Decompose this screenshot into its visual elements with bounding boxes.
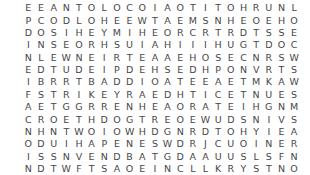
letter-cell-r13c15[interactable]: A	[199, 150, 212, 162]
letter-cell-r3c11[interactable]: E	[149, 27, 162, 39]
letter-cell-r3c20[interactable]: S	[262, 27, 275, 39]
letter-cell-r7c3[interactable]: R	[47, 76, 60, 88]
letter-cell-r4c15[interactable]: I	[199, 39, 212, 51]
letter-cell-r7c17[interactable]: E	[225, 76, 238, 88]
letter-cell-r6c11[interactable]: H	[149, 64, 162, 76]
letter-cell-r9c9[interactable]: N	[123, 101, 136, 113]
letter-cell-r14c5[interactable]: F	[73, 162, 86, 174]
letter-cell-r13c10[interactable]: A	[136, 150, 149, 162]
letter-cell-r1c15[interactable]: I	[199, 2, 212, 14]
letter-cell-r8c8[interactable]: Y	[111, 88, 124, 100]
letter-cell-r7c20[interactable]: K	[262, 76, 275, 88]
letter-cell-r11c19[interactable]: Y	[250, 125, 263, 137]
letter-cell-r5c21[interactable]: S	[275, 51, 288, 63]
letter-cell-r8c16[interactable]: C	[212, 88, 225, 100]
letter-cell-r10c5[interactable]: T	[73, 113, 86, 125]
letter-cell-r8c12[interactable]: D	[161, 88, 174, 100]
letter-cell-r8c19[interactable]: N	[250, 88, 263, 100]
letter-cell-r3c15[interactable]: R	[199, 27, 212, 39]
letter-cell-r6c1[interactable]: E	[22, 64, 35, 76]
letter-cell-r10c1[interactable]: C	[22, 113, 35, 125]
letter-cell-r12c6[interactable]: A	[85, 138, 98, 150]
letter-cell-r10c12[interactable]: E	[161, 113, 174, 125]
letter-cell-r5c10[interactable]: E	[136, 51, 149, 63]
letter-cell-r7c1[interactable]: I	[22, 76, 35, 88]
letter-cell-r4c2[interactable]: N	[35, 39, 48, 51]
letter-cell-r9c19[interactable]: H	[250, 101, 263, 113]
letter-cell-r1c6[interactable]: O	[85, 2, 98, 14]
letter-cell-r10c14[interactable]: E	[187, 113, 200, 125]
letter-cell-r3c10[interactable]: H	[136, 27, 149, 39]
letter-cell-r7c22[interactable]: W	[288, 76, 301, 88]
letter-cell-r4c11[interactable]: A	[149, 39, 162, 51]
letter-cell-r10c20[interactable]: I	[262, 113, 275, 125]
letter-cell-r13c6[interactable]: E	[85, 150, 98, 162]
letter-cell-r7c5[interactable]: T	[73, 76, 86, 88]
letter-cell-r2c18[interactable]: E	[237, 14, 250, 26]
letter-cell-r7c4[interactable]: R	[60, 76, 73, 88]
letter-cell-r7c6[interactable]: B	[85, 76, 98, 88]
letter-cell-r8c15[interactable]: I	[199, 88, 212, 100]
letter-cell-r10c6[interactable]: H	[85, 113, 98, 125]
letter-cell-r8c1[interactable]: F	[22, 88, 35, 100]
letter-cell-r2c4[interactable]: D	[60, 14, 73, 26]
letter-cell-r1c21[interactable]: N	[275, 2, 288, 14]
letter-cell-r4c8[interactable]: S	[111, 39, 124, 51]
letter-cell-r11c4[interactable]: T	[60, 125, 73, 137]
letter-cell-r13c18[interactable]: S	[237, 150, 250, 162]
letter-cell-r1c18[interactable]: H	[237, 2, 250, 14]
letter-cell-r12c11[interactable]: S	[149, 138, 162, 150]
letter-cell-r13c8[interactable]: D	[111, 150, 124, 162]
letter-cell-r14c20[interactable]: T	[262, 162, 275, 174]
letter-cell-r11c3[interactable]: N	[47, 125, 60, 137]
letter-cell-r1c19[interactable]: R	[250, 2, 263, 14]
letter-cell-r12c21[interactable]: E	[275, 138, 288, 150]
letter-cell-r10c22[interactable]: S	[288, 113, 301, 125]
letter-cell-r12c7[interactable]: P	[98, 138, 111, 150]
letter-cell-r4c3[interactable]: S	[47, 39, 60, 51]
letter-cell-r10c19[interactable]: N	[250, 113, 263, 125]
letter-cell-r10c2[interactable]: R	[35, 113, 48, 125]
letter-cell-r1c4[interactable]: N	[60, 2, 73, 14]
letter-cell-r11c9[interactable]: W	[123, 125, 136, 137]
letter-cell-r11c6[interactable]: O	[85, 125, 98, 137]
letter-cell-r13c11[interactable]: T	[149, 150, 162, 162]
letter-cell-r5c15[interactable]: O	[199, 51, 212, 63]
letter-cell-r10c13[interactable]: O	[174, 113, 187, 125]
letter-cell-r10c10[interactable]: T	[136, 113, 149, 125]
letter-cell-r11c12[interactable]: G	[161, 125, 174, 137]
letter-cell-r7c13[interactable]: T	[174, 76, 187, 88]
letter-cell-r4c17[interactable]: U	[225, 39, 238, 51]
letter-cell-r1c5[interactable]: T	[73, 2, 86, 14]
letter-cell-r6c13[interactable]: E	[174, 64, 187, 76]
letter-cell-r14c22[interactable]: O	[288, 162, 301, 174]
letter-cell-r3c18[interactable]: D	[237, 27, 250, 39]
letter-cell-r4c5[interactable]: O	[73, 39, 86, 51]
letter-cell-r7c14[interactable]: E	[187, 76, 200, 88]
letter-cell-r2c5[interactable]: L	[73, 14, 86, 26]
letter-cell-r13c13[interactable]: D	[174, 150, 187, 162]
letter-cell-r14c18[interactable]: Y	[237, 162, 250, 174]
letter-cell-r9c2[interactable]: E	[35, 101, 48, 113]
letter-cell-r9c1[interactable]: A	[22, 101, 35, 113]
letter-cell-r12c3[interactable]: U	[47, 138, 60, 150]
letter-cell-r9c7[interactable]: R	[98, 101, 111, 113]
letter-cell-r4c22[interactable]: C	[288, 39, 301, 51]
letter-cell-r9c21[interactable]: N	[275, 101, 288, 113]
letter-cell-r7c8[interactable]: D	[111, 76, 124, 88]
letter-cell-r14c17[interactable]: R	[225, 162, 238, 174]
letter-cell-r14c1[interactable]: N	[22, 162, 35, 174]
letter-cell-r6c15[interactable]: H	[199, 64, 212, 76]
letter-cell-r2c19[interactable]: O	[250, 14, 263, 26]
letter-cell-r6c4[interactable]: U	[60, 64, 73, 76]
letter-cell-r2c3[interactable]: O	[47, 14, 60, 26]
letter-cell-r11c5[interactable]: W	[73, 125, 86, 137]
letter-cell-r6c3[interactable]: T	[47, 64, 60, 76]
letter-cell-r5c12[interactable]: A	[161, 51, 174, 63]
letter-cell-r14c12[interactable]: N	[161, 162, 174, 174]
letter-cell-r6c7[interactable]: I	[98, 64, 111, 76]
letter-cell-r5c16[interactable]: S	[212, 51, 225, 63]
letter-cell-r14c7[interactable]: S	[98, 162, 111, 174]
letter-cell-r1c16[interactable]: T	[212, 2, 225, 14]
letter-cell-r4c6[interactable]: R	[85, 39, 98, 51]
letter-cell-r12c14[interactable]: R	[187, 138, 200, 150]
letter-cell-r4c1[interactable]: I	[22, 39, 35, 51]
letter-cell-r9c13[interactable]: O	[174, 101, 187, 113]
letter-cell-r1c9[interactable]: C	[123, 2, 136, 14]
letter-cell-r11c20[interactable]: I	[262, 125, 275, 137]
letter-cell-r8c6[interactable]: K	[85, 88, 98, 100]
letter-cell-r2c15[interactable]: S	[199, 14, 212, 26]
letter-cell-r14c8[interactable]: A	[111, 162, 124, 174]
letter-cell-r1c17[interactable]: O	[225, 2, 238, 14]
letter-cell-r3c2[interactable]: O	[35, 27, 48, 39]
letter-cell-r7c7[interactable]: A	[98, 76, 111, 88]
letter-cell-r3c17[interactable]: R	[225, 27, 238, 39]
letter-cell-r1c8[interactable]: O	[111, 2, 124, 14]
letter-cell-r3c13[interactable]: R	[174, 27, 187, 39]
letter-cell-r6c20[interactable]: R	[262, 64, 275, 76]
letter-cell-r13c4[interactable]: N	[60, 150, 73, 162]
letter-cell-r4c18[interactable]: G	[237, 39, 250, 51]
letter-cell-r13c9[interactable]: B	[123, 150, 136, 162]
letter-cell-r2c16[interactable]: N	[212, 14, 225, 26]
letter-cell-r5c22[interactable]: W	[288, 51, 301, 63]
letter-cell-r5c6[interactable]: E	[85, 51, 98, 63]
letter-cell-r2c11[interactable]: T	[149, 14, 162, 26]
letter-cell-r12c16[interactable]: C	[212, 138, 225, 150]
letter-cell-r1c11[interactable]: I	[149, 2, 162, 14]
letter-cell-r11c16[interactable]: T	[212, 125, 225, 137]
letter-cell-r1c2[interactable]: E	[35, 2, 48, 14]
letter-cell-r2c13[interactable]: E	[174, 14, 187, 26]
letter-cell-r8c21[interactable]: E	[275, 88, 288, 100]
letter-cell-r9c14[interactable]: R	[187, 101, 200, 113]
letter-cell-r12c22[interactable]: R	[288, 138, 301, 150]
letter-cell-r13c20[interactable]: S	[262, 150, 275, 162]
letter-cell-r14c4[interactable]: W	[60, 162, 73, 174]
letter-cell-r9c6[interactable]: R	[85, 101, 98, 113]
letter-cell-r8c17[interactable]: E	[225, 88, 238, 100]
letter-cell-r10c15[interactable]: W	[199, 113, 212, 125]
letter-cell-r10c8[interactable]: O	[111, 113, 124, 125]
letter-cell-r7c18[interactable]: T	[237, 76, 250, 88]
letter-cell-r6c5[interactable]: D	[73, 64, 86, 76]
letter-cell-r8c7[interactable]: E	[98, 88, 111, 100]
letter-cell-r13c12[interactable]: G	[161, 150, 174, 162]
letter-cell-r11c15[interactable]: D	[199, 125, 212, 137]
letter-cell-r13c7[interactable]: N	[98, 150, 111, 162]
letter-cell-r12c19[interactable]: I	[250, 138, 263, 150]
letter-cell-r4c10[interactable]: I	[136, 39, 149, 51]
letter-cell-r2c12[interactable]: A	[161, 14, 174, 26]
letter-cell-r14c3[interactable]: T	[47, 162, 60, 174]
letter-cell-r13c17[interactable]: U	[225, 150, 238, 162]
letter-cell-r3c21[interactable]: S	[275, 27, 288, 39]
letter-cell-r8c4[interactable]: R	[60, 88, 73, 100]
letter-cell-r12c1[interactable]: O	[22, 138, 35, 150]
letter-cell-r5c17[interactable]: E	[225, 51, 238, 63]
letter-cell-r13c1[interactable]: I	[22, 150, 35, 162]
letter-cell-r4c19[interactable]: T	[250, 39, 263, 51]
letter-cell-r1c7[interactable]: L	[98, 2, 111, 14]
letter-cell-r11c2[interactable]: H	[35, 125, 48, 137]
letter-cell-r2c9[interactable]: E	[123, 14, 136, 26]
letter-cell-r13c3[interactable]: S	[47, 150, 60, 162]
letter-cell-r7c9[interactable]: D	[123, 76, 136, 88]
letter-cell-r7c15[interactable]: E	[199, 76, 212, 88]
letter-cell-r2c7[interactable]: H	[98, 14, 111, 26]
letter-cell-r14c13[interactable]: C	[174, 162, 187, 174]
letter-cell-r11c21[interactable]: E	[275, 125, 288, 137]
letter-cell-r5c5[interactable]: N	[73, 51, 86, 63]
letter-cell-r1c12[interactable]: A	[161, 2, 174, 14]
letter-cell-r3c7[interactable]: Y	[98, 27, 111, 39]
letter-cell-r13c22[interactable]: N	[288, 150, 301, 162]
letter-cell-r14c15[interactable]: L	[199, 162, 212, 174]
letter-cell-r2c22[interactable]: O	[288, 14, 301, 26]
letter-cell-r7c12[interactable]: A	[161, 76, 174, 88]
letter-cell-r8c11[interactable]: E	[149, 88, 162, 100]
letter-cell-r11c8[interactable]: O	[111, 125, 124, 137]
letter-cell-r7c21[interactable]: A	[275, 76, 288, 88]
letter-cell-r3c4[interactable]: I	[60, 27, 73, 39]
letter-cell-r2c1[interactable]: P	[22, 14, 35, 26]
letter-cell-r5c1[interactable]: N	[22, 51, 35, 63]
letter-cell-r6c2[interactable]: D	[35, 64, 48, 76]
letter-cell-r10c9[interactable]: G	[123, 113, 136, 125]
letter-cell-r10c18[interactable]: S	[237, 113, 250, 125]
letter-cell-r10c4[interactable]: E	[60, 113, 73, 125]
letter-cell-r4c14[interactable]: I	[187, 39, 200, 51]
letter-cell-r5c7[interactable]: I	[98, 51, 111, 63]
letter-cell-r14c16[interactable]: K	[212, 162, 225, 174]
letter-cell-r9c17[interactable]: E	[225, 101, 238, 113]
letter-cell-r4c9[interactable]: U	[123, 39, 136, 51]
letter-cell-r5c4[interactable]: W	[60, 51, 73, 63]
letter-cell-r14c2[interactable]: D	[35, 162, 48, 174]
letter-cell-r7c19[interactable]: M	[250, 76, 263, 88]
letter-cell-r12c13[interactable]: D	[174, 138, 187, 150]
letter-cell-r5c20[interactable]: R	[262, 51, 275, 63]
letter-cell-r13c16[interactable]: U	[212, 150, 225, 162]
letter-cell-r14c19[interactable]: S	[250, 162, 263, 174]
letter-cell-r12c17[interactable]: U	[225, 138, 238, 150]
letter-cell-r12c2[interactable]: D	[35, 138, 48, 150]
letter-cell-r14c21[interactable]: N	[275, 162, 288, 174]
letter-cell-r6c6[interactable]: E	[85, 64, 98, 76]
letter-cell-r13c5[interactable]: V	[73, 150, 86, 162]
letter-cell-r1c1[interactable]: E	[22, 2, 35, 14]
letter-cell-r3c14[interactable]: C	[187, 27, 200, 39]
letter-cell-r11c22[interactable]: A	[288, 125, 301, 137]
letter-cell-r6c19[interactable]: V	[250, 64, 263, 76]
letter-cell-r13c2[interactable]: S	[35, 150, 48, 162]
letter-cell-r9c5[interactable]: G	[73, 101, 86, 113]
letter-cell-r5c14[interactable]: H	[187, 51, 200, 63]
letter-cell-r6c14[interactable]: D	[187, 64, 200, 76]
letter-cell-r4c21[interactable]: O	[275, 39, 288, 51]
letter-cell-r5c8[interactable]: R	[111, 51, 124, 63]
letter-cell-r10c21[interactable]: V	[275, 113, 288, 125]
letter-cell-r2c20[interactable]: E	[262, 14, 275, 26]
letter-cell-r5c18[interactable]: C	[237, 51, 250, 63]
letter-cell-r1c3[interactable]: A	[47, 2, 60, 14]
letter-cell-r6c18[interactable]: N	[237, 64, 250, 76]
letter-cell-r11c1[interactable]: N	[22, 125, 35, 137]
letter-cell-r12c15[interactable]: J	[199, 138, 212, 150]
letter-cell-r8c22[interactable]: S	[288, 88, 301, 100]
letter-cell-r12c4[interactable]: I	[60, 138, 73, 150]
letter-cell-r8c10[interactable]: A	[136, 88, 149, 100]
letter-cell-r5c2[interactable]: L	[35, 51, 48, 63]
letter-cell-r12c9[interactable]: N	[123, 138, 136, 150]
letter-cell-r3c6[interactable]: E	[85, 27, 98, 39]
letter-cell-r1c13[interactable]: O	[174, 2, 187, 14]
letter-cell-r9c4[interactable]: G	[60, 101, 73, 113]
letter-cell-r11c10[interactable]: H	[136, 125, 149, 137]
letter-cell-r9c10[interactable]: H	[136, 101, 149, 113]
letter-cell-r5c3[interactable]: E	[47, 51, 60, 63]
letter-cell-r4c12[interactable]: H	[161, 39, 174, 51]
letter-cell-r11c7[interactable]: I	[98, 125, 111, 137]
letter-cell-r6c21[interactable]: T	[275, 64, 288, 76]
letter-cell-r10c11[interactable]: R	[149, 113, 162, 125]
letter-cell-r8c14[interactable]: T	[187, 88, 200, 100]
letter-cell-r14c11[interactable]: I	[149, 162, 162, 174]
letter-cell-r2c2[interactable]: C	[35, 14, 48, 26]
letter-cell-r4c7[interactable]: H	[98, 39, 111, 51]
letter-cell-r7c16[interactable]: A	[212, 76, 225, 88]
letter-cell-r8c13[interactable]: H	[174, 88, 187, 100]
letter-cell-r13c14[interactable]: A	[187, 150, 200, 162]
letter-cell-r7c11[interactable]: O	[149, 76, 162, 88]
letter-cell-r8c20[interactable]: U	[262, 88, 275, 100]
letter-cell-r3c19[interactable]: T	[250, 27, 263, 39]
letter-cell-r1c14[interactable]: T	[187, 2, 200, 14]
letter-cell-r12c12[interactable]: W	[161, 138, 174, 150]
letter-cell-r9c12[interactable]: A	[161, 101, 174, 113]
letter-cell-r6c10[interactable]: E	[136, 64, 149, 76]
letter-cell-r3c8[interactable]: M	[111, 27, 124, 39]
letter-cell-r8c3[interactable]: T	[47, 88, 60, 100]
letter-cell-r9c22[interactable]: M	[288, 101, 301, 113]
letter-cell-r14c10[interactable]: E	[136, 162, 149, 174]
letter-cell-r8c18[interactable]: T	[237, 88, 250, 100]
letter-cell-r6c17[interactable]: O	[225, 64, 238, 76]
letter-cell-r4c16[interactable]: H	[212, 39, 225, 51]
letter-cell-r7c10[interactable]: I	[136, 76, 149, 88]
letter-cell-r3c22[interactable]: E	[288, 27, 301, 39]
letter-cell-r13c19[interactable]: L	[250, 150, 263, 162]
letter-cell-r12c8[interactable]: E	[111, 138, 124, 150]
letter-cell-r9c8[interactable]: E	[111, 101, 124, 113]
letter-cell-r2c6[interactable]: O	[85, 14, 98, 26]
letter-cell-r6c16[interactable]: P	[212, 64, 225, 76]
letter-cell-r9c20[interactable]: G	[262, 101, 275, 113]
letter-cell-r12c20[interactable]: N	[262, 138, 275, 150]
letter-cell-r7c2[interactable]: B	[35, 76, 48, 88]
letter-cell-r10c16[interactable]: U	[212, 113, 225, 125]
letter-cell-r8c2[interactable]: S	[35, 88, 48, 100]
letter-cell-r13c21[interactable]: F	[275, 150, 288, 162]
letter-cell-r11c18[interactable]: H	[237, 125, 250, 137]
letter-cell-r9c11[interactable]: E	[149, 101, 162, 113]
letter-cell-r14c6[interactable]: T	[85, 162, 98, 174]
letter-cell-r14c14[interactable]: L	[187, 162, 200, 174]
letter-cell-r9c18[interactable]: I	[237, 101, 250, 113]
letter-cell-r9c16[interactable]: T	[212, 101, 225, 113]
letter-cell-r3c5[interactable]: H	[73, 27, 86, 39]
letter-cell-r3c9[interactable]: I	[123, 27, 136, 39]
letter-cell-r11c13[interactable]: N	[174, 125, 187, 137]
letter-cell-r14c9[interactable]: O	[123, 162, 136, 174]
letter-cell-r4c4[interactable]: E	[60, 39, 73, 51]
letter-cell-r12c10[interactable]: E	[136, 138, 149, 150]
letter-cell-r5c9[interactable]: T	[123, 51, 136, 63]
letter-cell-r12c5[interactable]: H	[73, 138, 86, 150]
letter-cell-r3c12[interactable]: O	[161, 27, 174, 39]
letter-cell-r6c9[interactable]: D	[123, 64, 136, 76]
letter-cell-r5c11[interactable]: A	[149, 51, 162, 63]
letter-cell-r4c20[interactable]: D	[262, 39, 275, 51]
letter-cell-r8c5[interactable]: I	[73, 88, 86, 100]
letter-cell-r1c22[interactable]: L	[288, 2, 301, 14]
letter-cell-r4c13[interactable]: I	[174, 39, 187, 51]
letter-cell-r8c9[interactable]: R	[123, 88, 136, 100]
letter-cell-r3c3[interactable]: S	[47, 27, 60, 39]
letter-cell-r6c22[interactable]: S	[288, 64, 301, 76]
letter-cell-r5c13[interactable]: E	[174, 51, 187, 63]
letter-cell-r12c18[interactable]: O	[237, 138, 250, 150]
letter-cell-r11c11[interactable]: D	[149, 125, 162, 137]
letter-cell-r3c16[interactable]: T	[212, 27, 225, 39]
letter-cell-r5c19[interactable]: N	[250, 51, 263, 63]
letter-cell-r10c7[interactable]: D	[98, 113, 111, 125]
letter-cell-r2c14[interactable]: M	[187, 14, 200, 26]
letter-cell-r6c12[interactable]: S	[161, 64, 174, 76]
letter-cell-r3c1[interactable]: D	[22, 27, 35, 39]
letter-cell-r6c8[interactable]: P	[111, 64, 124, 76]
letter-cell-r2c21[interactable]: H	[275, 14, 288, 26]
letter-cell-r11c14[interactable]: R	[187, 125, 200, 137]
letter-cell-r1c20[interactable]: U	[262, 2, 275, 14]
letter-cell-r10c17[interactable]: D	[225, 113, 238, 125]
